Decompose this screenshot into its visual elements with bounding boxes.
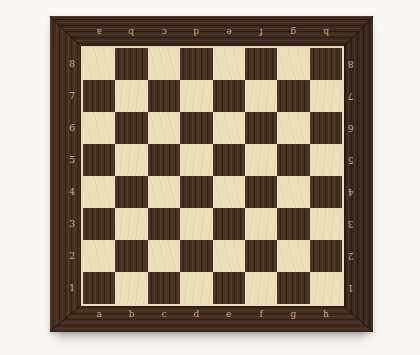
square-c5: [148, 144, 180, 176]
square-f8: [245, 48, 277, 80]
square-e3: [213, 208, 245, 240]
square-h2: [310, 240, 342, 272]
square-h4: [310, 176, 342, 208]
square-e2: [213, 240, 245, 272]
rank-labels-right: 87654321: [342, 48, 373, 304]
board-squares: [83, 48, 342, 304]
file-labels-bottom: abcdefgh: [83, 304, 342, 332]
rank-label-right-7: 7: [342, 80, 359, 112]
square-e4: [213, 176, 245, 208]
square-h7: [310, 80, 342, 112]
square-g8: [277, 48, 309, 80]
square-f1: [245, 272, 277, 304]
rank-label-left-6: 6: [61, 112, 83, 144]
file-label-bottom-a: a: [83, 310, 115, 319]
file-label-top-a: a: [83, 16, 115, 48]
rank-labels-left: 87654321: [50, 48, 83, 304]
rank-label-left-4: 4: [61, 176, 83, 208]
file-label-top-c: c: [148, 16, 180, 48]
square-d7: [180, 80, 212, 112]
square-h1: [310, 272, 342, 304]
square-f4: [245, 176, 277, 208]
square-e1: [213, 272, 245, 304]
square-f5: [245, 144, 277, 176]
square-f2: [245, 240, 277, 272]
rank-label-right-1: 1: [342, 272, 359, 304]
file-label-top-d: d: [180, 16, 212, 48]
rank-label-left-8: 8: [61, 48, 83, 80]
file-label-bottom-h: h: [310, 310, 342, 319]
file-label-bottom-e: e: [213, 310, 245, 319]
file-label-top-e: e: [213, 16, 245, 48]
square-c4: [148, 176, 180, 208]
square-g6: [277, 112, 309, 144]
square-f7: [245, 80, 277, 112]
file-label-bottom-g: g: [277, 310, 309, 319]
square-g2: [277, 240, 309, 272]
rank-label-right-4: 4: [342, 176, 359, 208]
square-f3: [245, 208, 277, 240]
square-a4: [83, 176, 115, 208]
file-label-bottom-f: f: [245, 310, 277, 319]
square-e6: [213, 112, 245, 144]
rank-label-left-7: 7: [61, 80, 83, 112]
square-b6: [115, 112, 147, 144]
chess-board: abcdefgh abcdefgh 87654321 87654321: [50, 16, 373, 332]
file-label-top-h: h: [310, 16, 342, 48]
square-b1: [115, 272, 147, 304]
square-g5: [277, 144, 309, 176]
file-label-bottom-c: c: [148, 310, 180, 319]
file-label-top-g: g: [277, 16, 309, 48]
square-h5: [310, 144, 342, 176]
square-d2: [180, 240, 212, 272]
file-label-bottom-d: d: [180, 310, 212, 319]
rank-label-right-8: 8: [342, 48, 359, 80]
square-f6: [245, 112, 277, 144]
square-d1: [180, 272, 212, 304]
square-c8: [148, 48, 180, 80]
square-e8: [213, 48, 245, 80]
square-c7: [148, 80, 180, 112]
square-d5: [180, 144, 212, 176]
square-d4: [180, 176, 212, 208]
rank-label-left-1: 1: [61, 272, 83, 304]
square-g4: [277, 176, 309, 208]
file-labels-top: abcdefgh: [83, 16, 342, 48]
square-g1: [277, 272, 309, 304]
file-label-top-b: b: [115, 16, 147, 48]
rank-label-left-5: 5: [61, 144, 83, 176]
square-a3: [83, 208, 115, 240]
square-e7: [213, 80, 245, 112]
square-a5: [83, 144, 115, 176]
square-a8: [83, 48, 115, 80]
square-c3: [148, 208, 180, 240]
rank-label-left-3: 3: [61, 208, 83, 240]
square-e5: [213, 144, 245, 176]
rank-label-right-2: 2: [342, 240, 359, 272]
square-a6: [83, 112, 115, 144]
square-b2: [115, 240, 147, 272]
square-a7: [83, 80, 115, 112]
rank-label-right-6: 6: [342, 112, 359, 144]
square-a2: [83, 240, 115, 272]
square-h3: [310, 208, 342, 240]
square-h6: [310, 112, 342, 144]
square-b8: [115, 48, 147, 80]
square-b3: [115, 208, 147, 240]
file-label-bottom-b: b: [115, 310, 147, 319]
square-d3: [180, 208, 212, 240]
square-h8: [310, 48, 342, 80]
rank-label-right-5: 5: [342, 144, 359, 176]
square-d8: [180, 48, 212, 80]
square-g7: [277, 80, 309, 112]
square-c1: [148, 272, 180, 304]
square-c6: [148, 112, 180, 144]
square-a1: [83, 272, 115, 304]
square-c2: [148, 240, 180, 272]
square-b4: [115, 176, 147, 208]
rank-label-right-3: 3: [342, 208, 359, 240]
file-label-top-f: f: [245, 16, 277, 48]
rank-label-left-2: 2: [61, 240, 83, 272]
square-b5: [115, 144, 147, 176]
square-b7: [115, 80, 147, 112]
square-g3: [277, 208, 309, 240]
square-d6: [180, 112, 212, 144]
